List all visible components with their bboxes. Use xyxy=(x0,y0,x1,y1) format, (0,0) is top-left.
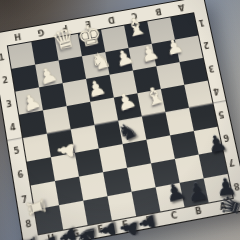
black-knight-d5: ♞ xyxy=(113,118,141,146)
pieces-layer: ♚♛♝♞♟♟♟♟♟♟♟♝♟♜♞♟♟♟♟♜♟♟♞♟♟♟♛ xyxy=(0,0,240,240)
offboard-black-pawn-captured-3: ♟ xyxy=(55,224,80,240)
white-queen-f1: ♛ xyxy=(49,24,79,55)
white-bishop-c4: ♝ xyxy=(140,82,168,111)
white-pawn-d4: ♟ xyxy=(113,88,139,115)
white-pawn-g2: ♟ xyxy=(35,63,59,88)
black-pawn-a8: ♟ xyxy=(213,174,237,200)
white-pawn-e3: ♟ xyxy=(84,76,108,101)
offboard-black-pawn-captured-7: ♟ xyxy=(135,212,159,234)
white-pawn-d2: ♟ xyxy=(112,45,136,70)
offboard-black-queen-captured-8: ♛ xyxy=(216,192,240,221)
white-pawn-c2: ♟ xyxy=(137,41,161,65)
black-pawn-c8: ♟ xyxy=(162,179,188,206)
white-king-e1: ♚ xyxy=(74,19,105,51)
white-knight-e2: ♞ xyxy=(87,48,113,75)
offboard-black-rook-captured-1: ♜ xyxy=(16,233,42,240)
white-pawn-b2: ♟ xyxy=(163,35,185,58)
white-bishop-c1: ♝ xyxy=(121,13,149,41)
offboard-black-pawn-captured-2: ♟ xyxy=(37,233,59,240)
offboard-black-knight-captured-4: ♞ xyxy=(76,225,99,240)
fallen-white-pawn-g5: ♟ xyxy=(54,140,76,159)
fallen-white-rook-h7: ♜ xyxy=(24,194,51,220)
offboard-black-pawn-captured-6: ♟ xyxy=(117,218,140,239)
chessboard-photo: HGFEDCBA HGFEDCBA 12345678 12345678 ♚♛♝♞… xyxy=(0,0,240,240)
offboard-black-pawn-captured-5: ♟ xyxy=(95,219,118,240)
black-pawn-a6: ♟ xyxy=(204,131,229,157)
black-pawn-b8: ♟ xyxy=(185,179,210,206)
white-pawn-h3: ♟ xyxy=(18,89,43,115)
chess-board: HGFEDCBA HGFEDCBA 12345678 12345678 ♚♛♝♞… xyxy=(0,0,240,240)
